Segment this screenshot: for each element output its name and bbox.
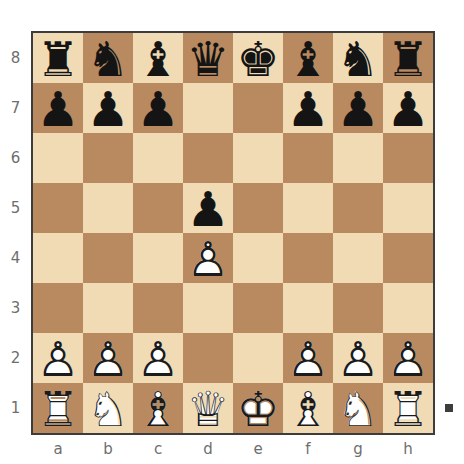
piece-glyph: ♔ xyxy=(233,383,283,433)
square-e6[interactable] xyxy=(233,133,283,183)
piece-glyph: ♝ xyxy=(283,33,333,83)
square-b3[interactable] xyxy=(83,283,133,333)
square-a2[interactable]: ♟♙ xyxy=(33,333,83,383)
piece-black-pawn[interactable]: ♟ xyxy=(333,83,383,133)
piece-glyph: ♟ xyxy=(183,183,233,233)
square-h7[interactable]: ♟ xyxy=(383,83,433,133)
square-c3[interactable] xyxy=(133,283,183,333)
square-d4[interactable]: ♟♙ xyxy=(183,233,233,283)
square-d1[interactable]: ♛♕ xyxy=(183,383,233,433)
piece-glyph: ♟ xyxy=(33,83,83,133)
piece-black-bishop[interactable]: ♝ xyxy=(283,33,333,83)
piece-glyph: ♗ xyxy=(133,383,183,433)
piece-white-bishop[interactable]: ♝♗ xyxy=(133,383,183,433)
rank-label-2: 2 xyxy=(0,333,31,383)
square-f1[interactable]: ♝♗ xyxy=(283,383,333,433)
square-f3[interactable] xyxy=(283,283,333,333)
piece-glyph: ♖ xyxy=(383,383,433,433)
piece-glyph: ♙ xyxy=(33,333,83,383)
file-label-g: g xyxy=(333,435,383,464)
square-e7[interactable] xyxy=(233,83,283,133)
square-g8[interactable]: ♞ xyxy=(333,33,383,83)
piece-white-pawn[interactable]: ♟♙ xyxy=(83,333,133,383)
piece-glyph: ♜ xyxy=(383,33,433,83)
square-f2[interactable]: ♟♙ xyxy=(283,333,333,383)
square-h6[interactable] xyxy=(383,133,433,183)
square-a1[interactable]: ♜♖ xyxy=(33,383,83,433)
square-d7[interactable] xyxy=(183,83,233,133)
piece-glyph: ♝ xyxy=(133,33,183,83)
piece-black-pawn[interactable]: ♟ xyxy=(83,83,133,133)
square-b1[interactable]: ♞♘ xyxy=(83,383,133,433)
piece-glyph: ♟ xyxy=(383,83,433,133)
square-h3[interactable] xyxy=(383,283,433,333)
piece-white-knight[interactable]: ♞♘ xyxy=(333,383,383,433)
rank-label-8: 8 xyxy=(0,33,31,83)
rank-label-4: 4 xyxy=(0,233,31,283)
square-b5[interactable] xyxy=(83,183,133,233)
piece-white-pawn[interactable]: ♟♙ xyxy=(333,333,383,383)
file-label-a: a xyxy=(33,435,83,464)
piece-glyph: ♖ xyxy=(33,383,83,433)
square-c8[interactable]: ♝ xyxy=(133,33,183,83)
piece-black-bishop[interactable]: ♝ xyxy=(133,33,183,83)
piece-white-bishop[interactable]: ♝♗ xyxy=(283,383,333,433)
piece-glyph: ♙ xyxy=(383,333,433,383)
piece-black-rook[interactable]: ♜ xyxy=(33,33,83,83)
piece-glyph: ♟ xyxy=(333,83,383,133)
piece-glyph: ♚ xyxy=(233,33,283,83)
square-f6[interactable] xyxy=(283,133,333,183)
square-g7[interactable]: ♟ xyxy=(333,83,383,133)
piece-white-pawn[interactable]: ♟♙ xyxy=(133,333,183,383)
square-d6[interactable] xyxy=(183,133,233,183)
square-e3[interactable] xyxy=(233,283,283,333)
square-f7[interactable]: ♟ xyxy=(283,83,333,133)
square-e2[interactable] xyxy=(233,333,283,383)
square-a6[interactable] xyxy=(33,133,83,183)
piece-black-queen[interactable]: ♛ xyxy=(183,33,233,83)
file-label-c: c xyxy=(133,435,183,464)
square-c2[interactable]: ♟♙ xyxy=(133,333,183,383)
piece-black-pawn[interactable]: ♟ xyxy=(183,183,233,233)
square-d2[interactable] xyxy=(183,333,233,383)
square-g4[interactable] xyxy=(333,233,383,283)
square-f5[interactable] xyxy=(283,183,333,233)
square-c4[interactable] xyxy=(133,233,183,283)
square-a4[interactable] xyxy=(33,233,83,283)
piece-glyph: ♞ xyxy=(333,33,383,83)
piece-white-pawn[interactable]: ♟♙ xyxy=(283,333,333,383)
square-g1[interactable]: ♞♘ xyxy=(333,383,383,433)
square-b7[interactable]: ♟ xyxy=(83,83,133,133)
piece-glyph: ♙ xyxy=(283,333,333,383)
square-b6[interactable] xyxy=(83,133,133,183)
square-b4[interactable] xyxy=(83,233,133,283)
file-label-h: h xyxy=(383,435,433,464)
rank-label-3: 3 xyxy=(0,283,31,333)
piece-glyph: ♜ xyxy=(33,33,83,83)
piece-white-king[interactable]: ♚♔ xyxy=(233,383,283,433)
piece-glyph: ♘ xyxy=(333,383,383,433)
piece-black-pawn[interactable]: ♟ xyxy=(283,83,333,133)
piece-black-knight[interactable]: ♞ xyxy=(333,33,383,83)
square-e1[interactable]: ♚♔ xyxy=(233,383,283,433)
square-e5[interactable] xyxy=(233,183,283,233)
file-labels: abcdefgh xyxy=(33,435,433,464)
piece-glyph: ♕ xyxy=(183,383,233,433)
square-a5[interactable] xyxy=(33,183,83,233)
piece-white-pawn[interactable]: ♟♙ xyxy=(33,333,83,383)
piece-white-rook[interactable]: ♜♖ xyxy=(33,383,83,433)
square-h8[interactable]: ♜ xyxy=(383,33,433,83)
file-label-b: b xyxy=(83,435,133,464)
piece-black-king[interactable]: ♚ xyxy=(233,33,283,83)
piece-black-pawn[interactable]: ♟ xyxy=(33,83,83,133)
chess-board: ♜♞♝♛♚♝♞♜♟♟♟♟♟♟♟♟♙♟♙♟♙♟♙♟♙♟♙♟♙♜♖♞♘♝♗♛♕♚♔♝… xyxy=(31,31,435,435)
square-f8[interactable]: ♝ xyxy=(283,33,333,83)
piece-glyph: ♟ xyxy=(133,83,183,133)
piece-white-pawn[interactable]: ♟♙ xyxy=(383,333,433,383)
piece-glyph: ♗ xyxy=(283,383,333,433)
square-e4[interactable] xyxy=(233,233,283,283)
piece-glyph: ♟ xyxy=(283,83,333,133)
piece-black-pawn[interactable]: ♟ xyxy=(383,83,433,133)
piece-glyph: ♙ xyxy=(333,333,383,383)
rank-label-1: 1 xyxy=(0,383,31,433)
square-h4[interactable] xyxy=(383,233,433,283)
piece-glyph: ♟ xyxy=(83,83,133,133)
piece-glyph: ♙ xyxy=(83,333,133,383)
piece-glyph: ♙ xyxy=(133,333,183,383)
square-a8[interactable]: ♜ xyxy=(33,33,83,83)
turn-indicator xyxy=(445,404,453,412)
square-g6[interactable] xyxy=(333,133,383,183)
square-c7[interactable]: ♟ xyxy=(133,83,183,133)
piece-white-knight[interactable]: ♞♘ xyxy=(83,383,133,433)
piece-black-rook[interactable]: ♜ xyxy=(383,33,433,83)
square-d3[interactable] xyxy=(183,283,233,333)
piece-white-pawn[interactable]: ♟♙ xyxy=(183,233,233,283)
square-h1[interactable]: ♜♖ xyxy=(383,383,433,433)
square-h2[interactable]: ♟♙ xyxy=(383,333,433,383)
square-h5[interactable] xyxy=(383,183,433,233)
square-g5[interactable] xyxy=(333,183,383,233)
piece-glyph: ♙ xyxy=(183,233,233,283)
piece-white-rook[interactable]: ♜♖ xyxy=(383,383,433,433)
rank-label-5: 5 xyxy=(0,183,31,233)
square-g2[interactable]: ♟♙ xyxy=(333,333,383,383)
piece-glyph: ♛ xyxy=(183,33,233,83)
square-f4[interactable] xyxy=(283,233,333,283)
piece-glyph: ♞ xyxy=(83,33,133,83)
rank-label-6: 6 xyxy=(0,133,31,183)
square-a7[interactable]: ♟ xyxy=(33,83,83,133)
square-c6[interactable] xyxy=(133,133,183,183)
piece-black-pawn[interactable]: ♟ xyxy=(133,83,183,133)
piece-glyph: ♘ xyxy=(83,383,133,433)
piece-black-knight[interactable]: ♞ xyxy=(83,33,133,83)
square-d5[interactable]: ♟ xyxy=(183,183,233,233)
square-d8[interactable]: ♛ xyxy=(183,33,233,83)
square-g3[interactable] xyxy=(333,283,383,333)
rank-label-7: 7 xyxy=(0,83,31,133)
square-b8[interactable]: ♞ xyxy=(83,33,133,83)
file-label-e: e xyxy=(233,435,283,464)
file-label-f: f xyxy=(283,435,333,464)
square-c5[interactable] xyxy=(133,183,183,233)
square-a3[interactable] xyxy=(33,283,83,333)
square-e8[interactable]: ♚ xyxy=(233,33,283,83)
square-b2[interactable]: ♟♙ xyxy=(83,333,133,383)
rank-labels: 87654321 xyxy=(0,33,31,433)
file-label-d: d xyxy=(183,435,233,464)
square-c1[interactable]: ♝♗ xyxy=(133,383,183,433)
piece-white-queen[interactable]: ♛♕ xyxy=(183,383,233,433)
